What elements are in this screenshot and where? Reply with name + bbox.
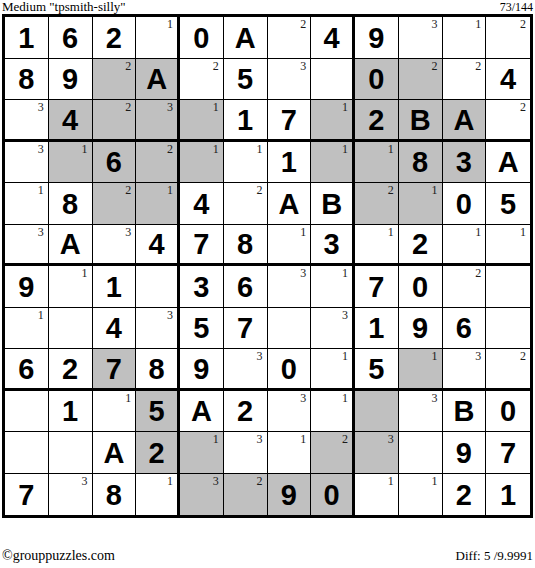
cell-value: 9 [62,63,78,94]
cell-value: 0 [281,353,297,384]
cell-r2c7[interactable]: 3 [268,59,312,101]
cell-corner-mark: 1 [38,309,44,321]
cell-value: 1 [106,271,122,302]
cell-r11c3[interactable]: A [93,432,137,474]
cell-corner-mark: 2 [257,475,263,487]
cell-value: A [453,104,474,135]
cell-r12c1[interactable]: 7 [5,474,49,516]
cell-r1c5[interactable]: 0 [180,17,224,59]
puzzle-title: Medium "tpsmith-silly" [2,0,126,14]
cell-r9c12[interactable]: 2 [486,349,530,391]
cell-value: 2 [412,228,428,259]
cell-r6c8[interactable]: 3 [311,225,355,267]
cell-value: 7 [106,353,122,384]
cell-r4c12[interactable]: A [486,142,530,184]
cell-r10c5[interactable]: A [180,391,224,433]
cell-corner-mark: 3 [38,143,44,155]
cell-corner-mark: 1 [342,101,348,113]
cell-corner-mark: 3 [300,267,306,279]
sudoku-grid: 16210A249312892A2530224342311712BA231621… [2,14,533,518]
cell-r1c3[interactable]: 2 [93,17,137,59]
cell-corner-mark: 3 [167,101,173,113]
cell-corner-mark: 2 [125,60,131,72]
cell-r7c6[interactable]: 6 [224,266,268,308]
cell-value: 0 [193,22,209,53]
cell-r11c4[interactable]: 2 [136,432,180,474]
cell-corner-mark: 2 [300,18,306,30]
cell-r7c12[interactable] [486,266,530,308]
cell-r3c3[interactable]: 2 [93,100,137,142]
cell-corner-mark: 1 [342,143,348,155]
cell-value: 1 [500,479,516,510]
cell-corner-mark: 1 [257,143,263,155]
cell-value: 4 [149,228,165,259]
cell-r8c6[interactable]: 7 [224,308,268,350]
cell-r12c12[interactable]: 1 [486,474,530,516]
cell-r4c7[interactable]: 1 [268,142,312,184]
cell-value: 6 [18,353,34,384]
cell-r4c10[interactable]: 8 [399,142,443,184]
cell-value: 7 [500,437,516,468]
cell-value: 9 [412,312,428,343]
cell-r2c8[interactable] [311,59,355,101]
header: Medium "tpsmith-silly" 73/144 [2,0,533,14]
cell-value: 3 [456,146,472,177]
cell-corner-mark: 1 [475,226,481,238]
cell-corner-mark: 1 [342,392,348,404]
cell-value: 4 [106,312,122,343]
cell-corner-mark: 3 [257,350,263,362]
cell-value: 7 [281,104,297,135]
cell-value: 5 [193,312,209,343]
cell-value: B [453,395,474,426]
cell-r3c6[interactable]: 1 [224,100,268,142]
cell-value: B [321,188,342,219]
cell-value: 3 [324,228,340,259]
cell-value: A [191,395,212,426]
cell-corner-mark: 2 [388,184,394,196]
cell-value: 4 [500,63,516,94]
cell-value: 1 [18,22,34,53]
cell-r1c2[interactable]: 6 [49,17,93,59]
cell-r5c11[interactable]: 0 [443,183,487,225]
cell-r6c7[interactable]: 1 [268,225,312,267]
cell-r5c5[interactable]: 4 [180,183,224,225]
cell-corner-mark: 1 [38,184,44,196]
cell-r2c12[interactable]: 4 [486,59,530,101]
cell-r3c2[interactable]: 4 [49,100,93,142]
cell-r12c11[interactable]: 2 [443,474,487,516]
cell-corner-mark: 2 [520,350,526,362]
cell-r10c7[interactable]: 3 [268,391,312,433]
cell-r3c8[interactable]: 1 [311,100,355,142]
cell-r2c2[interactable]: 9 [49,59,93,101]
cell-r6c9[interactable]: 1 [355,225,399,267]
cell-r11c2[interactable] [49,432,93,474]
cell-r7c7[interactable]: 3 [268,266,312,308]
cell-r5c8[interactable]: B [311,183,355,225]
cell-r10c9[interactable] [355,391,399,433]
cell-corner-mark: 3 [300,60,306,72]
cell-corner-mark: 2 [257,184,263,196]
cell-r2c1[interactable]: 8 [5,59,49,101]
cell-corner-mark: 3 [432,18,438,30]
cell-value: 0 [500,395,516,426]
cell-r12c2[interactable]: 3 [49,474,93,516]
cell-r12c5[interactable]: 3 [180,474,224,516]
cell-r1c11[interactable]: 1 [443,17,487,59]
cell-value: 6 [237,271,253,302]
cell-value: 7 [368,271,384,302]
cell-corner-mark: 1 [475,18,481,30]
cell-r3c10[interactable]: B [399,100,443,142]
filled-cell-counter: 73/144 [500,0,533,14]
cell-r8c7[interactable] [268,308,312,350]
cell-r6c10[interactable]: 2 [399,225,443,267]
cell-r9c3[interactable]: 7 [93,349,137,391]
cell-r2c10[interactable]: 2 [399,59,443,101]
cell-r3c1[interactable]: 3 [5,100,49,142]
cell-r9c8[interactable]: 1 [311,349,355,391]
cell-value: 7 [237,312,253,343]
cell-r11c6[interactable]: 3 [224,432,268,474]
cell-value: 8 [149,353,165,384]
cell-r5c12[interactable]: 5 [486,183,530,225]
cell-corner-mark: 2 [520,18,526,30]
cell-corner-mark: 1 [388,143,394,155]
cell-value: 2 [237,395,253,426]
cell-r5c7[interactable]: A [268,183,312,225]
cell-value: B [410,104,431,135]
cell-r2c11[interactable]: 2 [443,59,487,101]
cell-r4c6[interactable]: 1 [224,142,268,184]
cell-corner-mark: 1 [432,475,438,487]
cell-r5c4[interactable]: 1 [136,183,180,225]
cell-value: 9 [368,22,384,53]
cell-r5c9[interactable]: 2 [355,183,399,225]
cell-value: 5 [500,188,516,219]
cell-corner-mark: 3 [167,309,173,321]
cell-corner-mark: 3 [213,475,219,487]
cell-corner-mark: 3 [475,350,481,362]
cell-r7c11[interactable]: 2 [443,266,487,308]
cell-corner-mark: 1 [213,101,219,113]
cell-r12c10[interactable]: 1 [399,474,443,516]
cell-value: 8 [106,479,122,510]
cell-r8c11[interactable]: 6 [443,308,487,350]
cell-corner-mark: 2 [475,60,481,72]
cell-value: 9 [193,353,209,384]
cell-r9c10[interactable]: 1 [399,349,443,391]
cell-r11c9[interactable]: 3 [355,432,399,474]
cell-corner-mark: 3 [38,101,44,113]
cell-r1c12[interactable]: 2 [486,17,530,59]
cell-corner-mark: 1 [300,226,306,238]
cell-value: 8 [237,228,253,259]
cell-r7c8[interactable]: 1 [311,266,355,308]
cell-r1c6[interactable]: A [224,17,268,59]
cell-r9c6[interactable]: 3 [224,349,268,391]
cell-r3c5[interactable]: 1 [180,100,224,142]
cell-r7c5[interactable]: 3 [180,266,224,308]
cell-value: 5 [368,353,384,384]
puzzle-page: Medium "tpsmith-silly" 73/144 16210A2493… [0,0,535,568]
cell-r10c6[interactable]: 2 [224,391,268,433]
cell-value: 3 [193,271,209,302]
cell-value: 2 [368,104,384,135]
cell-value: A [278,188,299,219]
cell-value: 6 [456,312,472,343]
cell-value: 4 [193,188,209,219]
cell-r12c3[interactable]: 8 [93,474,137,516]
cell-r1c7[interactable]: 2 [268,17,312,59]
cell-r3c11[interactable]: A [443,100,487,142]
cell-r9c5[interactable]: 9 [180,349,224,391]
copyright-text: ©grouppuzzles.com [2,548,115,564]
cell-corner-mark: 2 [342,433,348,445]
cell-r8c2[interactable] [49,308,93,350]
cell-r8c8[interactable]: 3 [311,308,355,350]
cell-value: 0 [368,63,384,94]
cell-r8c1[interactable]: 1 [5,308,49,350]
cell-r1c9[interactable]: 9 [355,17,399,59]
cell-corner-mark: 3 [342,309,348,321]
cell-corner-mark: 1 [432,350,438,362]
cell-value: 1 [62,395,78,426]
cell-r9c4[interactable]: 8 [136,349,180,391]
cell-r7c4[interactable] [136,266,180,308]
cell-r8c3[interactable]: 4 [93,308,137,350]
cell-r2c5[interactable]: 2 [180,59,224,101]
cell-corner-mark: 3 [125,226,131,238]
footer: ©grouppuzzles.com Diff: 5 /9.9991 [2,544,533,564]
cell-corner-mark: 1 [388,226,394,238]
cell-value: 8 [62,188,78,219]
cell-r12c4[interactable]: 1 [136,474,180,516]
cell-r1c1[interactable]: 1 [5,17,49,59]
cell-value: 2 [456,479,472,510]
cell-value: A [498,146,519,177]
cell-r12c8[interactable]: 0 [311,474,355,516]
cell-r1c8[interactable]: 4 [311,17,355,59]
cell-r6c1[interactable]: 3 [5,225,49,267]
cell-r3c12[interactable]: 2 [486,100,530,142]
cell-r11c10[interactable] [399,432,443,474]
cell-r4c9[interactable]: 1 [355,142,399,184]
cell-r10c8[interactable]: 1 [311,391,355,433]
cell-corner-mark: 1 [167,184,173,196]
cell-r11c1[interactable] [5,432,49,474]
cell-r8c12[interactable] [486,308,530,350]
cell-value: 6 [106,146,122,177]
cell-value: 9 [281,479,297,510]
cell-r3c9[interactable]: 2 [355,100,399,142]
cell-r9c9[interactable]: 5 [355,349,399,391]
cell-r4c2[interactable]: 1 [49,142,93,184]
cell-r12c6[interactable]: 2 [224,474,268,516]
cell-corner-mark: 1 [342,350,348,362]
cell-value: 2 [149,437,165,468]
cell-r9c7[interactable]: 0 [268,349,312,391]
cell-corner-mark: 1 [388,475,394,487]
cell-value: 1 [237,104,253,135]
cell-corner-mark: 2 [167,143,173,155]
cell-corner-mark: 3 [38,226,44,238]
cell-r1c4[interactable]: 1 [136,17,180,59]
cell-r4c5[interactable]: 1 [180,142,224,184]
cell-r10c4[interactable]: 5 [136,391,180,433]
cell-value: 8 [18,63,34,94]
cell-corner-mark: 3 [257,433,263,445]
cell-corner-mark: 1 [82,267,88,279]
cell-r6c11[interactable]: 1 [443,225,487,267]
cell-r5c2[interactable]: 8 [49,183,93,225]
cell-value: 9 [456,437,472,468]
cell-corner-mark: 1 [520,226,526,238]
cell-r2c9[interactable]: 0 [355,59,399,101]
cell-value: 0 [456,188,472,219]
cell-r8c9[interactable]: 1 [355,308,399,350]
cell-r10c1[interactable] [5,391,49,433]
cell-corner-mark: 1 [213,143,219,155]
cell-r7c1[interactable]: 9 [5,266,49,308]
cell-corner-mark: 3 [300,392,306,404]
cell-r11c11[interactable]: 9 [443,432,487,474]
cell-r12c7[interactable]: 9 [268,474,312,516]
cell-value: A [235,22,256,53]
cell-r7c9[interactable]: 7 [355,266,399,308]
cell-value: 5 [149,395,165,426]
cell-r10c2[interactable]: 1 [49,391,93,433]
cell-r10c11[interactable]: B [443,391,487,433]
cell-value: A [146,63,167,94]
cell-r9c1[interactable]: 6 [5,349,49,391]
cell-value: 5 [237,63,253,94]
cell-r7c2[interactable]: 1 [49,266,93,308]
cell-r11c7[interactable]: 1 [268,432,312,474]
cell-r4c8[interactable]: 1 [311,142,355,184]
cell-r7c3[interactable]: 1 [93,266,137,308]
cell-value: 6 [62,22,78,53]
cell-corner-mark: 1 [432,184,438,196]
cell-r10c3[interactable]: 1 [93,391,137,433]
cell-corner-mark: 3 [388,433,394,445]
cell-r8c4[interactable]: 3 [136,308,180,350]
cell-corner-mark: 2 [125,101,131,113]
cell-r2c3[interactable]: 2 [93,59,137,101]
cell-r5c10[interactable]: 1 [399,183,443,225]
cell-corner-mark: 2 [432,60,438,72]
cell-corner-mark: 2 [125,184,131,196]
cell-corner-mark: 1 [125,392,131,404]
cell-r5c1[interactable]: 1 [5,183,49,225]
cell-r6c4[interactable]: 4 [136,225,180,267]
cell-value: A [60,228,81,259]
cell-corner-mark: 1 [300,433,306,445]
cell-r6c2[interactable]: A [49,225,93,267]
cell-corner-mark: 1 [167,475,173,487]
cell-value: 4 [324,22,340,53]
cell-r11c8[interactable]: 2 [311,432,355,474]
cell-r10c12[interactable]: 0 [486,391,530,433]
cell-r2c4[interactable]: A [136,59,180,101]
difficulty-text: Diff: 5 /9.9991 [456,544,533,564]
cell-value: 0 [412,271,428,302]
cell-r11c5[interactable]: 1 [180,432,224,474]
cell-corner-mark: 2 [213,60,219,72]
cell-corner-mark: 1 [342,267,348,279]
cell-r5c6[interactable]: 2 [224,183,268,225]
cell-r6c6[interactable]: 8 [224,225,268,267]
cell-corner-mark: 1 [167,18,173,30]
cell-r3c4[interactable]: 3 [136,100,180,142]
cell-r11c12[interactable]: 7 [486,432,530,474]
cell-value: 1 [281,146,297,177]
cell-value: 9 [18,271,34,302]
cell-corner-mark: 1 [82,143,88,155]
cell-value: 1 [368,312,384,343]
cell-r6c3[interactable]: 3 [93,225,137,267]
cell-r4c1[interactable]: 3 [5,142,49,184]
cell-r4c11[interactable]: 3 [443,142,487,184]
cell-r4c3[interactable]: 6 [93,142,137,184]
cell-value: 4 [62,104,78,135]
cell-r6c5[interactable]: 7 [180,225,224,267]
cell-r4c4[interactable]: 2 [136,142,180,184]
cell-r9c11[interactable]: 3 [443,349,487,391]
cell-value: 8 [412,146,428,177]
cell-r5c3[interactable]: 2 [93,183,137,225]
cell-value: 2 [62,353,78,384]
cell-value: A [103,437,124,468]
cell-r10c10[interactable]: 3 [399,391,443,433]
cell-r9c2[interactable]: 2 [49,349,93,391]
cell-value: 7 [18,479,34,510]
cell-r8c10[interactable]: 9 [399,308,443,350]
cell-r7c10[interactable]: 0 [399,266,443,308]
cell-r3c7[interactable]: 7 [268,100,312,142]
cell-r2c6[interactable]: 5 [224,59,268,101]
cell-corner-mark: 3 [432,392,438,404]
cell-r8c5[interactable]: 5 [180,308,224,350]
cell-corner-mark: 2 [475,267,481,279]
cell-value: 2 [106,22,122,53]
cell-corner-mark: 1 [213,433,219,445]
cell-r12c9[interactable]: 1 [355,474,399,516]
cell-r6c12[interactable]: 1 [486,225,530,267]
cell-value: 0 [324,479,340,510]
cell-r1c10[interactable]: 3 [399,17,443,59]
cell-corner-mark: 2 [520,101,526,113]
cell-value: 7 [193,228,209,259]
cell-corner-mark: 3 [82,475,88,487]
